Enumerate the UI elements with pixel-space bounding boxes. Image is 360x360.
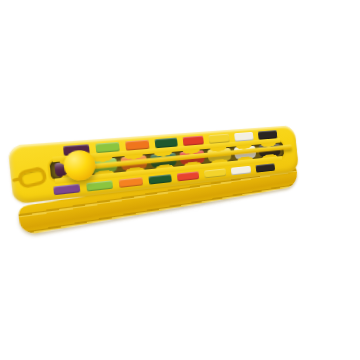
key-orange-front-tip <box>118 177 143 188</box>
key-black-front-tip <box>255 163 275 172</box>
toy-glockenspiel <box>8 125 302 236</box>
key-light-green-front-tip <box>86 180 112 191</box>
key-dark-green-front-tip <box>148 174 172 185</box>
photo-background <box>0 0 360 360</box>
key-yellow-front-tip <box>204 168 226 178</box>
handle-slot <box>16 166 48 190</box>
key-red-front-tip <box>177 171 200 181</box>
key-white-front-tip <box>230 166 251 176</box>
key-purple-front-tip <box>53 184 80 196</box>
